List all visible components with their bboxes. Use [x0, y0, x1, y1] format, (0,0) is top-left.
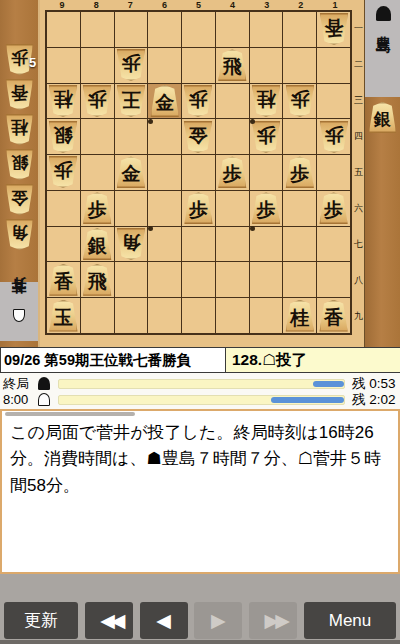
gote-hand-piece: 銀 [5, 149, 34, 180]
square-4-7 [216, 227, 249, 262]
square-2-6 [283, 191, 316, 226]
update-button[interactable]: 更新 [4, 602, 78, 639]
file-label: 8 [79, 0, 113, 10]
sente-piece: 歩 [183, 192, 213, 224]
rank-label: 二 [353, 46, 364, 82]
sente-piece: 歩 [319, 192, 349, 224]
time-remaining-text: 残 2:02 [352, 391, 396, 409]
sente-piece: 歩 [217, 156, 247, 188]
rank-label: 七 [353, 227, 364, 263]
square-9-1 [47, 12, 80, 47]
menu-button[interactable]: Menu [304, 602, 396, 639]
black-shogi-piece-icon [376, 6, 391, 21]
square-9-8: 香 [47, 262, 80, 297]
star-point [250, 119, 255, 124]
board-grid: 香歩飛桂歩王金歩桂歩銀金歩歩歩金歩歩歩歩歩歩銀角香飛玉桂香 [45, 10, 352, 335]
square-7-8 [115, 262, 148, 297]
square-9-3: 桂 [47, 84, 80, 119]
square-4-5: 歩 [216, 155, 249, 190]
square-1-7 [317, 227, 350, 262]
square-1-1: 香 [317, 12, 350, 47]
gote-hand-金: 金 [5, 184, 34, 215]
clock-row: 終局残 0:53 [0, 376, 400, 391]
gote-piece: 歩 [285, 85, 315, 117]
step-back-icon: ◀ [156, 609, 171, 632]
fast-forward-icon: ▶▶ [265, 609, 286, 632]
file-label: 6 [147, 0, 181, 10]
square-3-6: 歩 [250, 191, 283, 226]
sente-piece: 金 [116, 156, 146, 188]
rank-label: 五 [353, 154, 364, 190]
sente-stand-wood: 銀 [365, 97, 400, 347]
gote-piece: 桂 [48, 85, 78, 117]
square-1-8 [317, 262, 350, 297]
square-1-9: 香 [317, 298, 350, 333]
square-4-6 [216, 191, 249, 226]
square-2-5: 歩 [283, 155, 316, 190]
step-forward-icon: ▶ [211, 609, 226, 632]
scrollbar-thumb[interactable] [5, 412, 135, 416]
gote-piece-stand: 歩5香桂銀金角 菅井 [0, 0, 40, 347]
gote-piece: 歩 [319, 121, 349, 153]
event-title: 09/26 第59期王位戦七番勝負 [0, 347, 226, 373]
square-7-9 [115, 298, 148, 333]
square-6-2 [148, 48, 181, 83]
square-7-3: 王 [115, 84, 148, 119]
current-move-label: 128.☖投了 [226, 347, 400, 373]
hand-piece-count: 5 [29, 55, 36, 70]
rewind-to-start-button[interactable]: ◀◀ [85, 602, 133, 639]
square-1-3 [317, 84, 350, 119]
square-2-8 [283, 262, 316, 297]
square-5-4: 金 [182, 119, 215, 154]
square-8-7: 銀 [81, 227, 114, 262]
file-label: 3 [250, 0, 284, 10]
file-coordinates: 987654321 [45, 0, 352, 10]
info-bar: 09/26 第59期王位戦七番勝負 128.☖投了 [0, 347, 400, 373]
square-6-9 [148, 298, 181, 333]
square-8-2 [81, 48, 114, 83]
square-5-3: 歩 [182, 84, 215, 119]
square-5-5 [182, 155, 215, 190]
gote-piece: 桂 [251, 85, 281, 117]
file-label: 4 [216, 0, 250, 10]
square-2-1 [283, 12, 316, 47]
square-1-4: 歩 [317, 119, 350, 154]
white-shogi-piece-icon [13, 309, 25, 322]
sente-piece: 玉 [48, 300, 78, 332]
bottom-edge [0, 640, 400, 644]
rank-label: 一 [353, 10, 364, 46]
rank-coordinates: 一二三四五六七八九 [353, 10, 364, 335]
gote-piece: 歩 [183, 85, 213, 117]
square-9-5: 歩 [47, 155, 80, 190]
gote-piece: 香 [319, 13, 349, 45]
step-back-button[interactable]: ◀ [140, 602, 188, 639]
square-7-4 [115, 119, 148, 154]
sente-piece: 飛 [217, 49, 247, 81]
square-5-9 [182, 298, 215, 333]
gote-hand-piece: 角 [5, 219, 34, 250]
sente-name-plate: 豊島 [365, 0, 400, 97]
square-2-3: 歩 [283, 84, 316, 119]
square-6-8 [148, 262, 181, 297]
square-5-8 [182, 262, 215, 297]
gote-hand-piece: 桂 [5, 114, 34, 145]
star-point [148, 226, 153, 231]
square-3-1 [250, 12, 283, 47]
gote-hand-piece: 金 [5, 184, 34, 215]
time-remaining-bar [313, 381, 344, 387]
square-3-2 [250, 48, 283, 83]
time-bar [58, 379, 345, 389]
clock-area: 終局残 0:538:00残 2:02 [0, 373, 400, 409]
time-remaining-bar [271, 397, 344, 403]
sente-player-name: 豊島 [374, 24, 393, 28]
file-label: 7 [113, 0, 147, 10]
square-2-4 [283, 119, 316, 154]
square-8-4 [81, 119, 114, 154]
square-2-7 [283, 227, 316, 262]
star-point [148, 119, 153, 124]
fast-forward-button[interactable]: ▶▶ [249, 602, 297, 639]
square-7-1 [115, 12, 148, 47]
square-4-4 [216, 119, 249, 154]
file-label: 2 [284, 0, 318, 10]
square-5-1 [182, 12, 215, 47]
gote-player-name: 菅井 [10, 302, 29, 306]
square-4-1 [216, 12, 249, 47]
square-8-6: 歩 [81, 191, 114, 226]
square-1-2 [317, 48, 350, 83]
black-shogi-piece-icon [38, 377, 50, 390]
gote-piece: 歩 [251, 121, 281, 153]
square-7-6 [115, 191, 148, 226]
gote-piece: 歩 [82, 85, 112, 117]
sente-hand-銀: 銀 [368, 102, 397, 133]
gote-piece: 角 [116, 228, 146, 260]
gote-name-plate: 菅井 [0, 282, 38, 341]
rank-label: 四 [353, 118, 364, 154]
square-4-2: 飛 [216, 48, 249, 83]
square-5-7 [182, 227, 215, 262]
rank-label: 八 [353, 263, 364, 299]
square-8-3: 歩 [81, 84, 114, 119]
square-6-4 [148, 119, 181, 154]
square-3-5 [250, 155, 283, 190]
time-bar [58, 395, 345, 405]
gote-piece: 銀 [48, 121, 78, 153]
step-forward-button[interactable]: ▶ [194, 602, 242, 639]
sente-piece: 歩 [82, 192, 112, 224]
square-1-6: 歩 [317, 191, 350, 226]
gote-hand-銀: 銀 [5, 149, 34, 180]
rewind-to-start-icon: ◀◀ [100, 609, 121, 632]
sente-piece: 歩 [251, 192, 281, 224]
square-3-4: 歩 [250, 119, 283, 154]
star-point [250, 226, 255, 231]
square-6-6 [148, 191, 181, 226]
square-2-9: 桂 [283, 298, 316, 333]
square-3-8 [250, 262, 283, 297]
shogi-board: 987654321 香歩飛桂歩王金歩桂歩銀金歩歩歩金歩歩歩歩歩歩銀角香飛玉桂香 … [40, 0, 364, 347]
gote-hand-piece: 香 [5, 79, 34, 110]
square-7-7: 角 [115, 227, 148, 262]
file-label: 1 [318, 0, 352, 10]
square-3-7 [250, 227, 283, 262]
square-7-5: 金 [115, 155, 148, 190]
square-6-3: 金 [148, 84, 181, 119]
gote-piece: 歩 [116, 49, 146, 81]
square-9-9: 玉 [47, 298, 80, 333]
square-6-1 [148, 12, 181, 47]
sente-piece: 銀 [82, 228, 112, 260]
square-3-9 [250, 298, 283, 333]
gote-hand-桂: 桂 [5, 114, 34, 145]
file-label: 5 [181, 0, 215, 10]
gote-hand-角: 角 [5, 219, 34, 250]
sente-piece: 香 [48, 264, 78, 296]
commentary-panel[interactable]: この局面で菅井が投了した。終局時刻は16時26分。消費時間は、☗豊島７時間７分、… [0, 409, 400, 574]
square-8-9 [81, 298, 114, 333]
square-3-3: 桂 [250, 84, 283, 119]
square-2-2 [283, 48, 316, 83]
square-9-4: 銀 [47, 119, 80, 154]
file-label: 9 [45, 0, 79, 10]
square-4-9 [216, 298, 249, 333]
clock-label: 8:00 [0, 392, 35, 407]
sente-piece-stand: 豊島 銀 [364, 0, 400, 347]
white-shogi-piece-icon [38, 393, 50, 406]
square-1-5 [317, 155, 350, 190]
square-8-8: 飛 [81, 262, 114, 297]
gote-piece: 歩 [48, 156, 78, 188]
gote-hand-香: 香 [5, 79, 34, 110]
square-9-2 [47, 48, 80, 83]
square-8-5 [81, 155, 114, 190]
sente-piece: 金 [150, 85, 180, 117]
square-6-7 [148, 227, 181, 262]
square-5-6: 歩 [182, 191, 215, 226]
square-9-6 [47, 191, 80, 226]
sente-piece: 香 [319, 300, 349, 332]
clock-label: 終局 [0, 375, 35, 393]
gote-piece: 金 [183, 121, 213, 153]
commentary-text: この局面で菅井が投了した。終局時刻は16時26分。消費時間は、☗豊島７時間７分、… [2, 411, 398, 499]
sente-piece: 桂 [285, 300, 315, 332]
rank-label: 三 [353, 82, 364, 118]
square-5-2 [182, 48, 215, 83]
sente-piece: 歩 [285, 156, 315, 188]
shogi-kifu-viewer: 歩5香桂銀金角 菅井 987654321 香歩飛桂歩王金歩桂歩銀金歩歩歩金歩歩歩… [0, 0, 400, 644]
square-9-7 [47, 227, 80, 262]
sente-hand-piece: 銀 [368, 102, 397, 133]
gote-piece: 王 [116, 85, 146, 117]
sente-piece: 飛 [82, 264, 112, 296]
square-4-8 [216, 262, 249, 297]
square-7-2: 歩 [115, 48, 148, 83]
square-6-5 [148, 155, 181, 190]
rank-label: 九 [353, 299, 364, 335]
control-bar: 更新◀◀◀▶▶▶Menu [0, 574, 400, 644]
square-4-3 [216, 84, 249, 119]
board-section: 歩5香桂銀金角 菅井 987654321 香歩飛桂歩王金歩桂歩銀金歩歩歩金歩歩歩… [0, 0, 400, 347]
clock-row: 8:00残 2:02 [0, 392, 400, 407]
rank-label: 六 [353, 191, 364, 227]
square-8-1 [81, 12, 114, 47]
